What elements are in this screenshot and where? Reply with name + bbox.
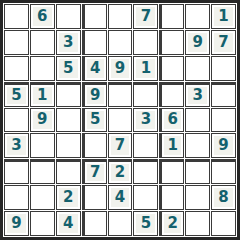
cell-r1c9[interactable]: 1 bbox=[211, 4, 236, 29]
given-digit: 4 bbox=[87, 59, 104, 78]
cell-r5c2[interactable]: 9 bbox=[30, 108, 55, 133]
cell-r6c4[interactable] bbox=[82, 133, 107, 158]
cell-r7c8[interactable] bbox=[185, 159, 210, 184]
given-digit: 3 bbox=[136, 111, 155, 130]
cell-r3c3[interactable]: 5 bbox=[56, 56, 81, 81]
cell-r4c8[interactable]: 3 bbox=[185, 82, 210, 107]
given-digit: 7 bbox=[214, 33, 233, 52]
given-digit: 4 bbox=[59, 214, 78, 233]
cell-r6c1[interactable]: 3 bbox=[4, 133, 29, 158]
cell-r5c3[interactable] bbox=[56, 108, 81, 133]
cell-r7c6[interactable] bbox=[133, 159, 158, 184]
cell-r7c5[interactable]: 2 bbox=[108, 159, 133, 184]
cell-r2c9[interactable]: 7 bbox=[211, 30, 236, 55]
given-digit: 1 bbox=[164, 136, 181, 155]
cell-r1c8[interactable] bbox=[185, 4, 210, 29]
cell-r3c5[interactable]: 9 bbox=[108, 56, 133, 81]
given-digit: 9 bbox=[33, 111, 52, 130]
given-digit: 8 bbox=[214, 188, 233, 207]
given-digit: 7 bbox=[87, 164, 104, 181]
cell-r1c5[interactable] bbox=[108, 4, 133, 29]
cell-r3c4[interactable]: 4 bbox=[82, 56, 107, 81]
given-digit: 2 bbox=[111, 164, 130, 181]
cell-r4c3[interactable] bbox=[56, 82, 81, 107]
cell-r5c4[interactable]: 5 bbox=[82, 108, 107, 133]
given-digit: 5 bbox=[136, 214, 155, 233]
cell-r5c1[interactable] bbox=[4, 108, 29, 133]
cell-r5c9[interactable] bbox=[211, 108, 236, 133]
cell-r2c3[interactable]: 3 bbox=[56, 30, 81, 55]
cell-r4c6[interactable] bbox=[133, 82, 158, 107]
cell-r2c7[interactable] bbox=[159, 30, 184, 55]
cell-r2c2[interactable] bbox=[30, 30, 55, 55]
cell-r6c5[interactable]: 7 bbox=[108, 133, 133, 158]
given-digit: 3 bbox=[7, 136, 26, 155]
cell-r5c8[interactable] bbox=[185, 108, 210, 133]
cell-r6c2[interactable] bbox=[30, 133, 55, 158]
given-digit: 1 bbox=[136, 59, 155, 78]
given-digit: 9 bbox=[188, 33, 207, 52]
cell-r3c9[interactable] bbox=[211, 56, 236, 81]
given-digit: 3 bbox=[188, 87, 207, 104]
cell-r8c1[interactable] bbox=[4, 185, 29, 210]
cell-r9c4[interactable] bbox=[82, 211, 107, 236]
cell-r6c7[interactable]: 1 bbox=[159, 133, 184, 158]
cell-r6c3[interactable] bbox=[56, 133, 81, 158]
cell-r4c7[interactable] bbox=[159, 82, 184, 107]
cell-r3c8[interactable] bbox=[185, 56, 210, 81]
given-digit: 4 bbox=[111, 188, 130, 207]
given-digit: 7 bbox=[136, 7, 155, 26]
given-digit: 6 bbox=[33, 7, 52, 26]
cell-r9c5[interactable] bbox=[108, 211, 133, 236]
given-digit: 9 bbox=[214, 136, 233, 155]
cell-r8c5[interactable]: 4 bbox=[108, 185, 133, 210]
cell-r9c6[interactable]: 5 bbox=[133, 211, 158, 236]
cell-r1c7[interactable] bbox=[159, 4, 184, 29]
cell-r2c5[interactable] bbox=[108, 30, 133, 55]
given-digit: 1 bbox=[33, 87, 52, 104]
cell-r3c6[interactable]: 1 bbox=[133, 56, 158, 81]
cell-r8c7[interactable] bbox=[159, 185, 184, 210]
cell-r2c8[interactable]: 9 bbox=[185, 30, 210, 55]
cell-r4c1[interactable]: 5 bbox=[4, 82, 29, 107]
given-digit: 9 bbox=[7, 214, 26, 233]
given-digit: 6 bbox=[164, 111, 181, 130]
cell-r7c7[interactable] bbox=[159, 159, 184, 184]
cell-r6c6[interactable] bbox=[133, 133, 158, 158]
given-digit: 1 bbox=[214, 7, 233, 26]
given-digit: 2 bbox=[59, 188, 78, 207]
given-digit: 9 bbox=[87, 87, 104, 104]
cell-r9c7[interactable]: 2 bbox=[159, 211, 184, 236]
cell-r4c9[interactable] bbox=[211, 82, 236, 107]
sudoku-board: 6713975491519395363719722489452 bbox=[0, 0, 240, 240]
cell-r7c1[interactable] bbox=[4, 159, 29, 184]
cell-r7c4[interactable]: 7 bbox=[82, 159, 107, 184]
given-digit: 5 bbox=[7, 87, 26, 104]
cell-r8c4[interactable] bbox=[82, 185, 107, 210]
cell-r8c6[interactable] bbox=[133, 185, 158, 210]
cell-r8c8[interactable] bbox=[185, 185, 210, 210]
cell-r8c3[interactable]: 2 bbox=[56, 185, 81, 210]
cell-r1c1[interactable] bbox=[4, 4, 29, 29]
cell-r4c2[interactable]: 1 bbox=[30, 82, 55, 107]
cell-r1c6[interactable]: 7 bbox=[133, 4, 158, 29]
cell-r9c1[interactable]: 9 bbox=[4, 211, 29, 236]
cell-r8c9[interactable]: 8 bbox=[211, 185, 236, 210]
cell-r5c6[interactable]: 3 bbox=[133, 108, 158, 133]
given-digit: 7 bbox=[111, 136, 130, 155]
cell-r6c8[interactable] bbox=[185, 133, 210, 158]
cell-r1c2[interactable]: 6 bbox=[30, 4, 55, 29]
cell-r2c6[interactable] bbox=[133, 30, 158, 55]
cell-r2c1[interactable] bbox=[4, 30, 29, 55]
cell-r4c5[interactable] bbox=[108, 82, 133, 107]
cell-r6c9[interactable]: 9 bbox=[211, 133, 236, 158]
cell-r1c4[interactable] bbox=[82, 4, 107, 29]
given-digit: 5 bbox=[59, 59, 78, 78]
given-digit: 9 bbox=[111, 59, 130, 78]
cell-r7c3[interactable] bbox=[56, 159, 81, 184]
cell-r9c8[interactable] bbox=[185, 211, 210, 236]
cell-r5c7[interactable]: 6 bbox=[159, 108, 184, 133]
cell-r5c5[interactable] bbox=[108, 108, 133, 133]
cell-r1c3[interactable] bbox=[56, 4, 81, 29]
given-digit: 3 bbox=[59, 33, 78, 52]
cell-r2c4[interactable] bbox=[82, 30, 107, 55]
cell-r7c9[interactable] bbox=[211, 159, 236, 184]
cell-r8c2[interactable] bbox=[30, 185, 55, 210]
cell-r9c3[interactable]: 4 bbox=[56, 211, 81, 236]
cell-r9c9[interactable] bbox=[211, 211, 236, 236]
given-digit: 2 bbox=[164, 214, 181, 233]
cell-r4c4[interactable]: 9 bbox=[82, 82, 107, 107]
cell-r3c2[interactable] bbox=[30, 56, 55, 81]
cell-r7c2[interactable] bbox=[30, 159, 55, 184]
given-digit: 5 bbox=[87, 111, 104, 130]
cell-r9c2[interactable] bbox=[30, 211, 55, 236]
cell-r3c1[interactable] bbox=[4, 56, 29, 81]
cell-r3c7[interactable] bbox=[159, 56, 184, 81]
